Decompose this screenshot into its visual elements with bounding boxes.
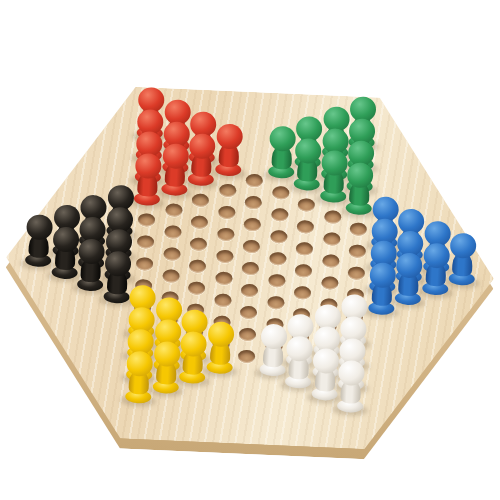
board-hole[interactable] [165,203,183,217]
board-hole[interactable] [297,220,315,234]
peg-red[interactable] [214,123,244,176]
board-hole[interactable] [350,222,368,236]
peg-red[interactable] [187,133,217,186]
peg-head [321,150,348,176]
board-hole[interactable] [268,274,286,288]
peg-head [312,348,339,374]
board-hole[interactable] [163,247,181,261]
peg-blue[interactable] [394,252,424,305]
peg-red[interactable] [160,143,190,196]
product-photo-scene [0,0,500,500]
board-tilt-wrapper [0,82,500,455]
board-hole[interactable] [241,284,259,298]
board-hole[interactable] [245,196,263,210]
peg-head [153,341,180,367]
peg-red[interactable] [133,153,163,206]
board-hole[interactable] [218,206,236,220]
board-hole[interactable] [296,242,314,256]
board-hole[interactable] [324,210,342,224]
board-hole[interactable] [192,193,210,207]
board-hole[interactable] [321,276,339,290]
board-hole[interactable] [243,240,261,254]
peg-head [207,321,234,347]
peg-head [286,336,313,362]
board-hole[interactable] [242,262,260,276]
peg-yellow[interactable] [124,351,154,404]
board-hole[interactable] [323,232,341,246]
board-hole[interactable] [269,252,287,266]
peg-head [26,214,53,240]
peg-head [189,133,216,159]
board-hole[interactable] [244,218,262,232]
board-hole[interactable] [246,174,264,188]
board-hole[interactable] [240,306,258,320]
peg-black[interactable] [24,214,54,267]
peg-blue[interactable] [367,262,397,315]
board-hole[interactable] [214,293,232,307]
peg-head [338,360,365,386]
peg-head [52,226,79,252]
peg-yellow[interactable] [178,331,208,384]
board-hole[interactable] [295,264,313,278]
board-hole[interactable] [238,350,256,364]
board-hole[interactable] [136,257,154,271]
peg-white[interactable] [310,348,340,401]
peg-yellow[interactable] [151,341,181,394]
peg-green[interactable] [344,162,374,215]
peg-head [78,239,105,265]
board-hole[interactable] [270,230,288,244]
peg-head [396,252,423,278]
board-hole[interactable] [271,208,289,222]
peg-white[interactable] [336,360,366,413]
peg-black[interactable] [76,238,106,291]
peg-head [260,324,287,350]
board-hole[interactable] [215,271,233,285]
board-hole[interactable] [349,244,367,258]
peg-head [162,143,189,169]
peg-black[interactable] [102,251,132,304]
board-hole[interactable] [138,213,156,227]
board-hole[interactable] [191,215,209,229]
peg-head [104,251,131,277]
peg-head [180,331,207,357]
peg-green[interactable] [292,138,322,191]
peg-yellow[interactable] [205,321,235,374]
board-hole[interactable] [239,328,257,342]
board-hole[interactable] [272,186,290,200]
peg-white[interactable] [258,323,288,376]
peg-head [423,243,450,269]
peg-head [126,351,153,377]
board-hole[interactable] [162,269,180,283]
peg-black[interactable] [50,226,80,279]
peg-white[interactable] [284,336,314,389]
board-hole[interactable] [348,266,366,280]
board-hole[interactable] [322,254,340,268]
peg-blue[interactable] [447,233,477,286]
board-hole[interactable] [294,286,312,300]
board-hole[interactable] [190,237,208,251]
board-hole[interactable] [189,259,207,273]
peg-head [369,262,396,288]
board-hole[interactable] [216,250,234,264]
peg-green[interactable] [266,126,296,179]
peg-head [135,153,162,179]
board-hole[interactable] [298,198,316,212]
board-hole[interactable] [137,235,155,249]
peg-blue[interactable] [421,243,451,296]
peg-head [347,162,374,188]
board-hole[interactable] [188,281,206,295]
board-hole[interactable] [217,228,235,242]
peg-green[interactable] [318,150,348,203]
peg-head [269,126,296,152]
peg-head [216,123,243,149]
peg-head [450,233,477,259]
board-hole[interactable] [267,296,285,310]
peg-head [295,138,322,164]
board-hole[interactable] [164,225,182,239]
board-hole[interactable] [219,184,237,198]
